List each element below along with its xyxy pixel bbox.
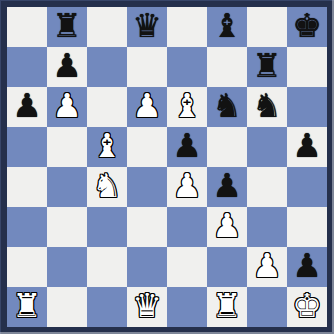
piece-white-pawn[interactable]: ♟ <box>212 207 242 246</box>
square-a8[interactable] <box>7 7 47 47</box>
square-c2[interactable] <box>87 247 127 287</box>
piece-white-pawn[interactable]: ♟ <box>252 247 282 286</box>
piece-white-pawn[interactable]: ♟ <box>52 87 82 126</box>
square-d8[interactable]: ♛ <box>127 7 167 47</box>
piece-black-pawn[interactable]: ♟ <box>292 247 322 286</box>
chess-board-frame: ♜♛♝♚♟♜♟♟♟♝♞♞♝♟♟♞♟♟♟♟♟♜♛♜♚ <box>0 0 334 334</box>
square-g7[interactable]: ♜ <box>247 47 287 87</box>
piece-white-queen[interactable]: ♛ <box>132 287 162 326</box>
square-d7[interactable] <box>127 47 167 87</box>
square-a1[interactable]: ♜ <box>7 287 47 327</box>
square-c7[interactable] <box>87 47 127 87</box>
square-c4[interactable]: ♞ <box>87 167 127 207</box>
square-f4[interactable]: ♟ <box>207 167 247 207</box>
square-b2[interactable] <box>47 247 87 287</box>
piece-white-bishop[interactable]: ♝ <box>172 87 202 126</box>
piece-white-bishop[interactable]: ♝ <box>92 127 122 166</box>
square-h3[interactable] <box>287 207 327 247</box>
square-h8[interactable]: ♚ <box>287 7 327 47</box>
square-e6[interactable]: ♝ <box>167 87 207 127</box>
piece-black-pawn[interactable]: ♟ <box>52 47 82 86</box>
square-g6[interactable]: ♞ <box>247 87 287 127</box>
piece-black-bishop[interactable]: ♝ <box>212 7 242 46</box>
square-e5[interactable]: ♟ <box>167 127 207 167</box>
square-c3[interactable] <box>87 207 127 247</box>
piece-black-pawn[interactable]: ♟ <box>292 127 322 166</box>
square-g2[interactable]: ♟ <box>247 247 287 287</box>
square-c1[interactable] <box>87 287 127 327</box>
piece-black-queen[interactable]: ♛ <box>132 7 162 46</box>
square-f2[interactable] <box>207 247 247 287</box>
square-h5[interactable]: ♟ <box>287 127 327 167</box>
square-e8[interactable] <box>167 7 207 47</box>
square-b5[interactable] <box>47 127 87 167</box>
square-b1[interactable] <box>47 287 87 327</box>
square-a7[interactable] <box>7 47 47 87</box>
square-e4[interactable]: ♟ <box>167 167 207 207</box>
square-h4[interactable] <box>287 167 327 207</box>
piece-black-knight[interactable]: ♞ <box>212 87 242 126</box>
square-h6[interactable] <box>287 87 327 127</box>
square-h7[interactable] <box>287 47 327 87</box>
piece-white-rook[interactable]: ♜ <box>12 287 42 326</box>
piece-black-pawn[interactable]: ♟ <box>172 127 202 166</box>
square-f5[interactable] <box>207 127 247 167</box>
square-h1[interactable]: ♚ <box>287 287 327 327</box>
piece-white-pawn[interactable]: ♟ <box>132 87 162 126</box>
square-d2[interactable] <box>127 247 167 287</box>
piece-black-pawn[interactable]: ♟ <box>12 87 42 126</box>
square-d3[interactable] <box>127 207 167 247</box>
square-a4[interactable] <box>7 167 47 207</box>
square-f8[interactable]: ♝ <box>207 7 247 47</box>
square-e2[interactable] <box>167 247 207 287</box>
square-h2[interactable]: ♟ <box>287 247 327 287</box>
square-b7[interactable]: ♟ <box>47 47 87 87</box>
square-b6[interactable]: ♟ <box>47 87 87 127</box>
square-a6[interactable]: ♟ <box>7 87 47 127</box>
square-e7[interactable] <box>167 47 207 87</box>
square-f6[interactable]: ♞ <box>207 87 247 127</box>
piece-white-pawn[interactable]: ♟ <box>172 167 202 206</box>
square-a3[interactable] <box>7 207 47 247</box>
piece-black-pawn[interactable]: ♟ <box>212 167 242 206</box>
square-b3[interactable] <box>47 207 87 247</box>
square-d6[interactable]: ♟ <box>127 87 167 127</box>
piece-white-knight[interactable]: ♞ <box>92 167 122 206</box>
piece-black-king[interactable]: ♚ <box>292 7 322 46</box>
square-c5[interactable]: ♝ <box>87 127 127 167</box>
square-g5[interactable] <box>247 127 287 167</box>
piece-white-rook[interactable]: ♜ <box>212 287 242 326</box>
square-a2[interactable] <box>7 247 47 287</box>
chess-board: ♜♛♝♚♟♜♟♟♟♝♞♞♝♟♟♞♟♟♟♟♟♜♛♜♚ <box>7 7 327 327</box>
piece-white-king[interactable]: ♚ <box>292 287 322 326</box>
square-f3[interactable]: ♟ <box>207 207 247 247</box>
square-d5[interactable] <box>127 127 167 167</box>
square-f1[interactable]: ♜ <box>207 287 247 327</box>
square-c6[interactable] <box>87 87 127 127</box>
square-c8[interactable] <box>87 7 127 47</box>
square-b8[interactable]: ♜ <box>47 7 87 47</box>
square-f7[interactable] <box>207 47 247 87</box>
piece-black-rook[interactable]: ♜ <box>52 7 82 46</box>
square-g1[interactable] <box>247 287 287 327</box>
square-e1[interactable] <box>167 287 207 327</box>
square-a5[interactable] <box>7 127 47 167</box>
square-d1[interactable]: ♛ <box>127 287 167 327</box>
square-e3[interactable] <box>167 207 207 247</box>
square-g4[interactable] <box>247 167 287 207</box>
square-d4[interactable] <box>127 167 167 207</box>
square-g3[interactable] <box>247 207 287 247</box>
square-g8[interactable] <box>247 7 287 47</box>
piece-black-knight[interactable]: ♞ <box>252 87 282 126</box>
square-b4[interactable] <box>47 167 87 207</box>
piece-black-rook[interactable]: ♜ <box>252 47 282 86</box>
